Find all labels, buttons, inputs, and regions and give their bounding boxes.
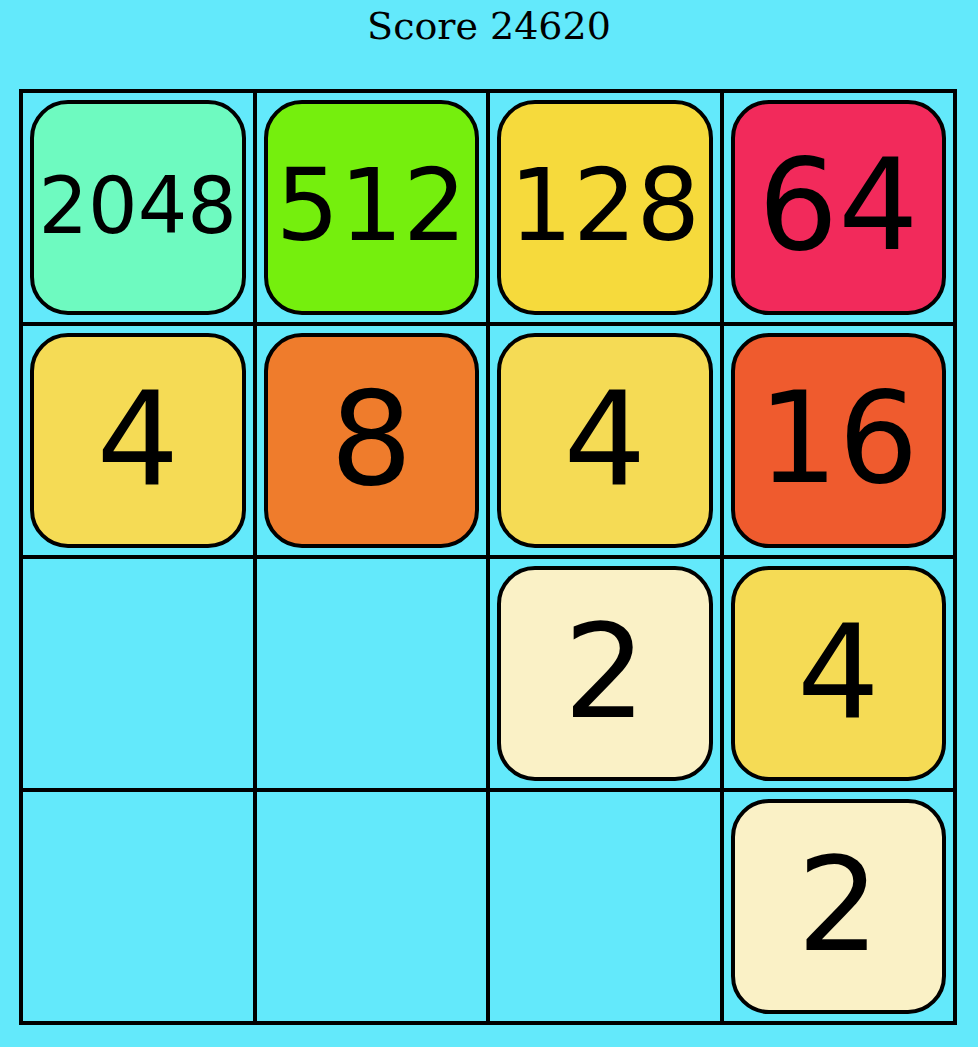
cell-r4c2 — [257, 792, 487, 1021]
tile-128: 128 — [497, 100, 713, 315]
cell-r1c4: 64 — [724, 93, 954, 322]
game-board-2048[interactable]: 20485121286448416242 — [19, 89, 957, 1025]
tile-value: 4 — [96, 374, 179, 504]
tile-64: 64 — [731, 100, 947, 315]
tile-2: 2 — [497, 566, 713, 781]
cell-r1c2: 512 — [257, 93, 487, 322]
tile-4: 4 — [731, 566, 947, 781]
score-header: Score 24620 — [0, 0, 978, 89]
cell-r4c1 — [23, 792, 253, 1021]
tile-value: 2 — [563, 607, 646, 737]
cell-r1c1: 2048 — [23, 93, 253, 322]
tile-value: 64 — [758, 143, 918, 269]
cell-r3c3: 2 — [490, 559, 720, 788]
tile-value: 8 — [330, 374, 413, 504]
cell-r4c4: 2 — [724, 792, 954, 1021]
tile-8: 8 — [264, 333, 480, 548]
tile-value: 128 — [509, 156, 700, 256]
cell-r1c3: 128 — [490, 93, 720, 322]
cell-r2c3: 4 — [490, 326, 720, 555]
cell-r2c1: 4 — [23, 326, 253, 555]
cell-r2c2: 8 — [257, 326, 487, 555]
tile-value: 16 — [758, 376, 918, 502]
tile-4: 4 — [30, 333, 246, 548]
cell-r4c3 — [490, 792, 720, 1021]
tile-value: 4 — [563, 374, 646, 504]
tile-value: 512 — [276, 156, 467, 256]
cell-r3c2 — [257, 559, 487, 788]
tile-16: 16 — [731, 333, 947, 548]
tile-2048: 2048 — [30, 100, 246, 315]
tile-value: 2048 — [38, 167, 237, 245]
score-text: Score 24620 — [367, 6, 611, 48]
tile-value: 4 — [797, 607, 880, 737]
tile-value: 2 — [797, 840, 880, 970]
tile-2: 2 — [731, 799, 947, 1014]
cell-r3c4: 4 — [724, 559, 954, 788]
cell-r2c4: 16 — [724, 326, 954, 555]
tile-512: 512 — [264, 100, 480, 315]
cell-r3c1 — [23, 559, 253, 788]
tile-4: 4 — [497, 333, 713, 548]
